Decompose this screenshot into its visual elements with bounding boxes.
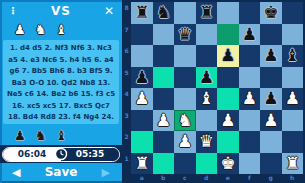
square-g5[interactable] [260, 67, 282, 89]
white-piece-f4: ♟ [242, 90, 257, 107]
square-f3[interactable] [239, 110, 261, 132]
board-area: 87654321 ♜♞♜♚♛♟♟♟♝♟♟♟♝♟♟♟♟♞♟♟♟♛♜♚♜ abcde… [122, 0, 305, 183]
rank-label: 2 [122, 131, 131, 153]
file-label: e [217, 174, 239, 182]
file-label: f [239, 174, 261, 182]
file-labels: abcdefgh [131, 174, 303, 182]
square-h2[interactable] [282, 131, 304, 153]
white-piece-e3: ♟ [220, 112, 235, 129]
move-list[interactable]: 1. d4 d5 2. Nf3 Nf6 3. Nc3 a5 4. e3 Nc6 … [3, 40, 119, 124]
black-piece-g6: ♟ [263, 47, 278, 64]
square-d7[interactable] [196, 24, 218, 46]
rank-labels: 87654321 [122, 2, 131, 174]
square-b7[interactable] [153, 24, 175, 46]
square-c6[interactable] [174, 45, 196, 67]
chess-app-window: ⋮ VS ✕ ♟♞♝ 1. d4 d5 2. Nf3 Nf6 3. Nc3 a5… [0, 0, 305, 183]
square-e3[interactable]: ♟ [217, 110, 239, 132]
file-label: b [153, 174, 175, 182]
square-b8[interactable]: ♞ [153, 2, 175, 24]
file-label: a [131, 174, 153, 182]
square-f5[interactable] [239, 67, 261, 89]
square-a1[interactable]: ♜ [131, 153, 153, 175]
black-piece-c7: ♛ [177, 26, 192, 43]
square-g2[interactable] [260, 131, 282, 153]
white-piece-d4: ♝ [199, 90, 214, 107]
square-b5[interactable] [153, 67, 175, 89]
white-piece-e1: ♚ [220, 155, 235, 172]
captured-piece-white: ♟ [14, 23, 26, 36]
black-piece-h6: ♝ [285, 47, 300, 64]
square-c8[interactable] [174, 2, 196, 24]
black-piece-a8: ♜ [134, 4, 149, 21]
square-c3[interactable]: ♞ [174, 110, 196, 132]
black-piece-e6: ♟ [220, 47, 235, 64]
square-d6[interactable] [196, 45, 218, 67]
captured-piece-white: ♞ [35, 23, 47, 36]
square-e2[interactable] [217, 131, 239, 153]
square-d5[interactable]: ♟ [196, 67, 218, 89]
square-e7[interactable] [217, 24, 239, 46]
black-piece-g4: ♟ [263, 90, 278, 107]
vs-title: VS [51, 4, 71, 18]
square-d3[interactable] [196, 110, 218, 132]
captured-white-pieces: ♟♞♝ [0, 19, 122, 39]
square-c7[interactable]: ♛ [174, 24, 196, 46]
square-g1[interactable] [260, 153, 282, 175]
square-e6[interactable]: ♟ [217, 45, 239, 67]
square-a3[interactable] [131, 110, 153, 132]
square-d2[interactable]: ♛ [196, 131, 218, 153]
square-d1[interactable] [196, 153, 218, 175]
clock-bar: 06:04 05:35 [0, 145, 122, 163]
square-a5[interactable]: ♟ [131, 67, 153, 89]
square-e1[interactable]: ♚ [217, 153, 239, 175]
square-g4[interactable]: ♟ [260, 88, 282, 110]
black-piece-b8: ♞ [156, 4, 171, 21]
square-a6[interactable] [131, 45, 153, 67]
square-h7[interactable] [282, 24, 304, 46]
captured-piece-black: ♝ [55, 129, 67, 142]
white-piece-d2: ♛ [199, 133, 214, 150]
square-g8[interactable]: ♚ [260, 2, 282, 24]
square-c1[interactable] [174, 153, 196, 175]
black-piece-d5: ♟ [199, 69, 214, 86]
black-piece-d8: ♜ [199, 4, 214, 21]
square-b6[interactable] [153, 45, 175, 67]
square-e4[interactable] [217, 88, 239, 110]
rank-label: 5 [122, 67, 131, 89]
file-label: g [260, 174, 282, 182]
prev-move-button[interactable]: ◀ [12, 167, 20, 178]
black-piece-f7: ♟ [242, 26, 257, 43]
file-label: h [282, 174, 304, 182]
captured-piece-black: ♟ [14, 129, 26, 142]
square-h4[interactable]: ♟ [282, 88, 304, 110]
file-label: d [196, 174, 218, 182]
square-f8[interactable] [239, 2, 261, 24]
close-icon[interactable]: ✕ [104, 5, 114, 17]
rank-label: 1 [122, 153, 131, 175]
square-f4[interactable]: ♟ [239, 88, 261, 110]
square-e8[interactable] [217, 2, 239, 24]
clock-icon [55, 148, 68, 161]
square-b2[interactable] [153, 131, 175, 153]
captured-piece-black: ♞ [35, 129, 47, 142]
file-label: c [174, 174, 196, 182]
black-clock: 05:35 [61, 148, 119, 161]
panel-header: ⋮ VS ✕ [0, 0, 122, 19]
captured-black-pieces: ♟♞♝ [0, 125, 122, 145]
square-h1[interactable]: ♜ [282, 153, 304, 175]
rank-label: 3 [122, 110, 131, 132]
square-d8[interactable]: ♜ [196, 2, 218, 24]
menu-icon[interactable]: ⋮ [8, 6, 18, 16]
square-f1[interactable] [239, 153, 261, 175]
rank-label: 8 [122, 2, 131, 24]
square-d4[interactable]: ♝ [196, 88, 218, 110]
white-piece-c3: ♞ [177, 112, 192, 129]
square-h5[interactable] [282, 67, 304, 89]
square-e5[interactable] [217, 67, 239, 89]
white-piece-b3: ♟ [156, 112, 171, 129]
black-piece-g8: ♚ [263, 4, 278, 21]
square-a2[interactable] [131, 131, 153, 153]
square-f2[interactable] [239, 131, 261, 153]
side-panel: ⋮ VS ✕ ♟♞♝ 1. d4 d5 2. Nf3 Nf6 3. Nc3 a5… [0, 0, 122, 183]
save-button[interactable]: Save [45, 165, 78, 179]
square-c5[interactable] [174, 67, 196, 89]
square-b3[interactable]: ♟ [153, 110, 175, 132]
next-move-button[interactable]: ▶ [102, 167, 110, 178]
board-grid: ♜♞♜♚♛♟♟♟♝♟♟♟♝♟♟♟♟♞♟♟♟♛♜♚♜ [131, 2, 303, 174]
square-c2[interactable]: ♟ [174, 131, 196, 153]
square-a7[interactable] [131, 24, 153, 46]
square-h8[interactable] [282, 2, 304, 24]
white-piece-g3: ♟ [263, 112, 278, 129]
square-f6[interactable] [239, 45, 261, 67]
square-c4[interactable] [174, 88, 196, 110]
save-row: ◀ Save ▶ [0, 163, 122, 183]
square-b4[interactable] [153, 88, 175, 110]
square-h3[interactable] [282, 110, 304, 132]
rank-label: 7 [122, 24, 131, 46]
square-f7[interactable]: ♟ [239, 24, 261, 46]
square-a8[interactable]: ♜ [131, 2, 153, 24]
square-g6[interactable]: ♟ [260, 45, 282, 67]
square-h6[interactable]: ♝ [282, 45, 304, 67]
rank-label: 4 [122, 88, 131, 110]
square-a4[interactable]: ♟ [131, 88, 153, 110]
rank-label: 6 [122, 45, 131, 67]
square-b1[interactable] [153, 153, 175, 175]
white-piece-h1: ♜ [285, 155, 300, 172]
square-g3[interactable]: ♟ [260, 110, 282, 132]
white-piece-a1: ♜ [134, 155, 149, 172]
white-piece-h4: ♟ [285, 90, 300, 107]
square-g7[interactable] [260, 24, 282, 46]
white-clock: 06:04 [3, 148, 61, 161]
black-piece-a5: ♟ [134, 69, 149, 86]
captured-piece-white: ♝ [55, 23, 67, 36]
white-piece-a4: ♟ [134, 90, 149, 107]
white-piece-c2: ♟ [177, 133, 192, 150]
